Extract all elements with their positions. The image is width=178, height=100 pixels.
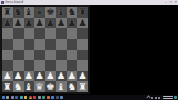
white-bishop[interactable]: ♝ bbox=[25, 81, 34, 91]
black-pawn[interactable]: ♟ bbox=[3, 18, 12, 28]
white-pawn[interactable]: ♟ bbox=[14, 71, 23, 81]
square-f1[interactable]: ♝ bbox=[56, 81, 67, 92]
square-e6[interactable] bbox=[45, 28, 56, 39]
white-king[interactable]: ♚ bbox=[46, 81, 55, 91]
square-d1[interactable]: ♛ bbox=[34, 81, 45, 92]
square-c1[interactable]: ♝ bbox=[24, 81, 35, 92]
square-f5[interactable] bbox=[56, 39, 67, 50]
file-explorer-icon[interactable] bbox=[24, 96, 27, 99]
app-icon-orange[interactable] bbox=[47, 96, 50, 99]
app-icon-teal[interactable] bbox=[42, 96, 45, 99]
black-knight[interactable]: ♞ bbox=[68, 7, 77, 17]
square-d4[interactable] bbox=[34, 50, 45, 61]
square-c7[interactable]: ♟ bbox=[24, 18, 35, 29]
black-rook[interactable]: ♜ bbox=[78, 7, 87, 17]
black-rook[interactable]: ♜ bbox=[3, 7, 12, 17]
square-e7[interactable]: ♟ bbox=[45, 18, 56, 29]
task-view-icon[interactable] bbox=[11, 96, 14, 99]
square-e5[interactable] bbox=[45, 39, 56, 50]
clock-date-line bbox=[163, 98, 173, 99]
taskbar-clock[interactable] bbox=[163, 96, 173, 99]
black-pawn[interactable]: ♟ bbox=[78, 18, 87, 28]
square-a1[interactable]: ♜ bbox=[2, 81, 13, 92]
taskbar-app-icons bbox=[0, 96, 63, 99]
white-queen[interactable]: ♛ bbox=[35, 81, 44, 91]
square-d6[interactable] bbox=[34, 28, 45, 39]
square-a6[interactable] bbox=[2, 28, 13, 39]
white-pawn[interactable]: ♟ bbox=[3, 71, 12, 81]
square-a4[interactable] bbox=[2, 50, 13, 61]
square-c6[interactable] bbox=[24, 28, 35, 39]
app-icon-navy[interactable] bbox=[56, 96, 59, 99]
chess-board[interactable]: ♜♞♝♛♚♝♞♜♟♟♟♟♟♟♟♟♟♟♟♟♟♟♟♟♜♞♝♛♚♝♞♜ bbox=[0, 5, 90, 94]
white-pawn[interactable]: ♟ bbox=[25, 71, 34, 81]
white-rook[interactable]: ♜ bbox=[3, 81, 12, 91]
taskbar-tray bbox=[147, 95, 178, 100]
app-icon-gray[interactable] bbox=[38, 96, 41, 99]
square-b7[interactable]: ♟ bbox=[13, 18, 24, 29]
chrome-icon[interactable] bbox=[29, 96, 32, 99]
square-g1[interactable]: ♞ bbox=[67, 81, 78, 92]
square-f4[interactable] bbox=[56, 50, 67, 61]
square-g6[interactable] bbox=[67, 28, 78, 39]
white-pawn[interactable]: ♟ bbox=[46, 71, 55, 81]
notification-center-icon[interactable] bbox=[174, 96, 177, 99]
volume-icon[interactable] bbox=[155, 97, 157, 99]
app-icon bbox=[1, 1, 4, 4]
black-pawn[interactable]: ♟ bbox=[14, 18, 23, 28]
square-b1[interactable]: ♞ bbox=[13, 81, 24, 92]
start-icon[interactable] bbox=[2, 96, 5, 99]
square-g7[interactable]: ♟ bbox=[67, 18, 78, 29]
white-knight[interactable]: ♞ bbox=[14, 81, 23, 91]
black-queen[interactable]: ♛ bbox=[35, 7, 44, 17]
square-b5[interactable] bbox=[13, 39, 24, 50]
square-d7[interactable]: ♟ bbox=[34, 18, 45, 29]
app-icon-blue[interactable] bbox=[51, 96, 54, 99]
square-c5[interactable] bbox=[24, 39, 35, 50]
square-h1[interactable]: ♜ bbox=[77, 81, 88, 92]
square-g4[interactable] bbox=[67, 50, 78, 61]
square-h5[interactable] bbox=[77, 39, 88, 50]
black-pawn[interactable]: ♟ bbox=[57, 18, 66, 28]
black-knight[interactable]: ♞ bbox=[14, 7, 23, 17]
square-f7[interactable]: ♟ bbox=[56, 18, 67, 29]
black-bishop[interactable]: ♝ bbox=[57, 7, 66, 17]
white-pawn[interactable]: ♟ bbox=[35, 71, 44, 81]
square-b4[interactable] bbox=[13, 50, 24, 61]
app-icon-steel[interactable] bbox=[60, 96, 63, 99]
white-pawn[interactable]: ♟ bbox=[57, 71, 66, 81]
desktop-screen: chess board – ▢ ✕ ♜♞♝♛♚♝♞♜♟♟♟♟♟♟♟♟♟♟♟♟♟♟… bbox=[0, 0, 178, 100]
chevron-up-icon[interactable] bbox=[146, 95, 150, 99]
square-h7[interactable]: ♟ bbox=[77, 18, 88, 29]
battery-icon[interactable] bbox=[158, 97, 160, 99]
white-pawn[interactable]: ♟ bbox=[68, 71, 77, 81]
square-b6[interactable] bbox=[13, 28, 24, 39]
square-h4[interactable] bbox=[77, 50, 88, 61]
widgets-icon[interactable] bbox=[15, 96, 18, 99]
black-pawn[interactable]: ♟ bbox=[35, 18, 44, 28]
white-bishop[interactable]: ♝ bbox=[57, 81, 66, 91]
square-e4[interactable] bbox=[45, 50, 56, 61]
black-pawn[interactable]: ♟ bbox=[25, 18, 34, 28]
window-content: ♜♞♝♛♚♝♞♜♟♟♟♟♟♟♟♟♟♟♟♟♟♟♟♟♜♞♝♛♚♝♞♜ bbox=[0, 5, 178, 95]
square-c4[interactable] bbox=[24, 50, 35, 61]
square-g5[interactable] bbox=[67, 39, 78, 50]
square-a7[interactable]: ♟ bbox=[2, 18, 13, 29]
app-icon-red[interactable] bbox=[33, 96, 36, 99]
black-king[interactable]: ♚ bbox=[46, 7, 55, 17]
white-knight[interactable]: ♞ bbox=[68, 81, 77, 91]
white-pawn[interactable]: ♟ bbox=[78, 71, 87, 81]
edge-icon[interactable] bbox=[20, 96, 23, 99]
square-d5[interactable] bbox=[34, 39, 45, 50]
black-pawn[interactable]: ♟ bbox=[46, 18, 55, 28]
square-a5[interactable] bbox=[2, 39, 13, 50]
square-h6[interactable] bbox=[77, 28, 88, 39]
taskbar bbox=[0, 95, 178, 100]
white-rook[interactable]: ♜ bbox=[78, 81, 87, 91]
search-icon[interactable] bbox=[6, 96, 9, 99]
black-pawn[interactable]: ♟ bbox=[68, 18, 77, 28]
square-e1[interactable]: ♚ bbox=[45, 81, 56, 92]
square-f6[interactable] bbox=[56, 28, 67, 39]
black-bishop[interactable]: ♝ bbox=[25, 7, 34, 17]
network-icon[interactable] bbox=[151, 97, 153, 99]
